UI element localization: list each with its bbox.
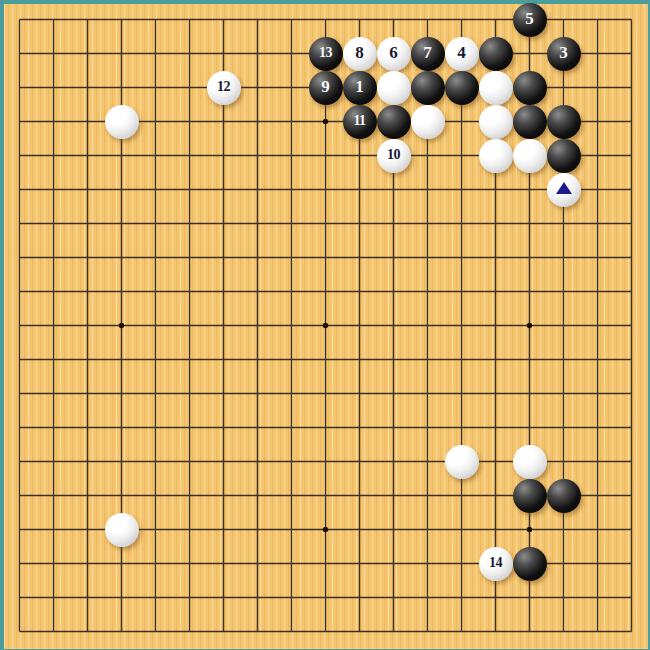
stone-black-12-4[interactable] <box>377 105 411 139</box>
move-number: 11 <box>353 114 365 128</box>
move-number: 6 <box>389 44 398 61</box>
stone-black-17-15[interactable] <box>547 479 581 513</box>
stone-black-13-3[interactable] <box>411 71 445 105</box>
stone-black-16-1[interactable]: 5 <box>513 3 547 37</box>
move-number: 5 <box>525 10 534 27</box>
stone-white-15-3[interactable] <box>479 71 513 105</box>
stone-white-4-4[interactable] <box>105 105 139 139</box>
move-number: 13 <box>319 46 332 60</box>
stone-black-17-5[interactable] <box>547 139 581 173</box>
go-diagram: 513867431291111014 <box>0 0 650 650</box>
stone-white-4-16[interactable] <box>105 513 139 547</box>
stone-white-16-14[interactable] <box>513 445 547 479</box>
stone-black-15-2[interactable] <box>479 37 513 71</box>
stone-black-11-4[interactable]: 11 <box>343 105 377 139</box>
stone-white-14-14[interactable] <box>445 445 479 479</box>
stone-black-10-2[interactable]: 13 <box>309 37 343 71</box>
stone-black-14-3[interactable] <box>445 71 479 105</box>
stone-white-12-3[interactable] <box>377 71 411 105</box>
stone-black-10-3[interactable]: 9 <box>309 71 343 105</box>
move-number: 10 <box>387 148 400 162</box>
stone-black-11-3[interactable]: 1 <box>343 71 377 105</box>
triangle-marker-icon <box>556 182 572 194</box>
stone-black-16-17[interactable] <box>513 547 547 581</box>
move-number: 7 <box>423 44 432 61</box>
stone-white-7-3[interactable]: 12 <box>207 71 241 105</box>
move-number: 12 <box>217 80 230 94</box>
stone-white-12-2[interactable]: 6 <box>377 37 411 71</box>
stone-white-15-17[interactable]: 14 <box>479 547 513 581</box>
move-number: 8 <box>355 44 364 61</box>
stone-white-17-6[interactable] <box>547 173 581 207</box>
stone-black-17-2[interactable]: 3 <box>547 37 581 71</box>
stone-black-17-4[interactable] <box>547 105 581 139</box>
move-number: 14 <box>489 556 502 570</box>
stone-white-11-2[interactable]: 8 <box>343 37 377 71</box>
stones-layer: 513867431291111014 <box>0 0 650 650</box>
move-number: 1 <box>355 78 364 95</box>
move-number: 4 <box>457 44 466 61</box>
stone-black-16-3[interactable] <box>513 71 547 105</box>
stone-white-14-2[interactable]: 4 <box>445 37 479 71</box>
stone-black-16-15[interactable] <box>513 479 547 513</box>
stone-white-13-4[interactable] <box>411 105 445 139</box>
stone-white-12-5[interactable]: 10 <box>377 139 411 173</box>
stone-white-15-5[interactable] <box>479 139 513 173</box>
move-number: 3 <box>559 44 568 61</box>
stone-white-16-5[interactable] <box>513 139 547 173</box>
stone-black-16-4[interactable] <box>513 105 547 139</box>
stone-white-15-4[interactable] <box>479 105 513 139</box>
move-number: 9 <box>321 78 330 95</box>
stone-black-13-2[interactable]: 7 <box>411 37 445 71</box>
